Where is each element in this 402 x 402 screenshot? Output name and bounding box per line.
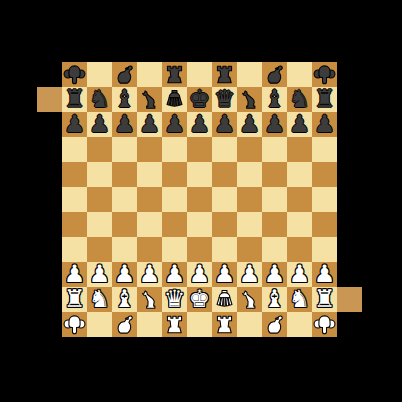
square-k11[interactable]	[312, 62, 337, 87]
square-k2[interactable]: ♜	[312, 287, 337, 312]
square-a2[interactable]: ♜	[62, 287, 87, 312]
square-a11[interactable]	[62, 62, 87, 87]
square-a6[interactable]	[62, 187, 87, 212]
black-picket[interactable]: ♝	[264, 87, 286, 112]
black-pawn[interactable]: ♟	[114, 112, 136, 137]
chess-board: ♜♞♝♚♛♝♞♜♟♟♟♟♟♟♟♟♟♟♟♟♟♟♟♟♟♟♟♟♟♟♜♞♝♛♚♝♞♜	[62, 62, 337, 337]
square-c7[interactable]	[112, 162, 137, 187]
black-knight[interactable]: ♞	[289, 87, 311, 112]
square-h1[interactable]	[237, 312, 262, 337]
black-pawn[interactable]: ♟	[164, 112, 186, 137]
citadel-square-left[interactable]	[37, 87, 62, 112]
square-i4[interactable]	[262, 237, 287, 262]
square-i2[interactable]: ♝	[262, 287, 287, 312]
black-camel[interactable]	[263, 63, 286, 86]
square-k1[interactable]	[312, 312, 337, 337]
square-i6[interactable]	[262, 187, 287, 212]
square-f7[interactable]	[187, 162, 212, 187]
square-i10[interactable]: ♝	[262, 87, 287, 112]
white-giraffe[interactable]	[138, 288, 161, 311]
square-k6[interactable]	[312, 187, 337, 212]
square-c3[interactable]: ♟	[112, 262, 137, 287]
black-general[interactable]: ♛	[214, 87, 236, 112]
square-i11[interactable]	[262, 62, 287, 87]
square-g9[interactable]: ♟	[212, 112, 237, 137]
square-d6[interactable]	[137, 187, 162, 212]
square-c6[interactable]	[112, 187, 137, 212]
square-i5[interactable]	[262, 212, 287, 237]
square-e9[interactable]: ♟	[162, 112, 187, 137]
square-b7[interactable]	[87, 162, 112, 187]
square-g2[interactable]	[212, 287, 237, 312]
square-d9[interactable]: ♟	[137, 112, 162, 137]
white-camel[interactable]	[263, 313, 286, 336]
square-b4[interactable]	[87, 237, 112, 262]
square-k8[interactable]	[312, 137, 337, 162]
square-k3[interactable]: ♟	[312, 262, 337, 287]
square-i9[interactable]: ♟	[262, 112, 287, 137]
black-picket[interactable]: ♝	[114, 87, 136, 112]
black-war-engine[interactable]	[213, 63, 236, 86]
white-picket[interactable]: ♝	[114, 287, 136, 312]
square-h7[interactable]	[237, 162, 262, 187]
square-b9[interactable]: ♟	[87, 112, 112, 137]
square-h3[interactable]: ♟	[237, 262, 262, 287]
white-elephant[interactable]	[313, 313, 336, 336]
square-j11[interactable]	[287, 62, 312, 87]
square-g10[interactable]: ♛	[212, 87, 237, 112]
square-j1[interactable]	[287, 312, 312, 337]
square-b6[interactable]	[87, 187, 112, 212]
black-camel[interactable]	[113, 63, 136, 86]
square-f2[interactable]: ♚	[187, 287, 212, 312]
square-g4[interactable]	[212, 237, 237, 262]
black-vizier[interactable]	[163, 88, 186, 111]
square-g5[interactable]	[212, 212, 237, 237]
square-j6[interactable]	[287, 187, 312, 212]
white-giraffe[interactable]	[238, 288, 261, 311]
square-b1[interactable]	[87, 312, 112, 337]
white-rook[interactable]: ♜	[314, 287, 336, 312]
white-rook[interactable]: ♜	[64, 287, 86, 312]
white-camel[interactable]	[113, 313, 136, 336]
square-a5[interactable]	[62, 212, 87, 237]
square-k10[interactable]: ♜	[312, 87, 337, 112]
square-c9[interactable]: ♟	[112, 112, 137, 137]
square-c10[interactable]: ♝	[112, 87, 137, 112]
white-general[interactable]: ♛	[164, 287, 186, 312]
square-d5[interactable]	[137, 212, 162, 237]
black-war-engine[interactable]	[163, 63, 186, 86]
square-f11[interactable]	[187, 62, 212, 87]
square-b8[interactable]	[87, 137, 112, 162]
square-j7[interactable]	[287, 162, 312, 187]
square-f10[interactable]: ♚	[187, 87, 212, 112]
black-pawn[interactable]: ♟	[314, 112, 336, 137]
square-b5[interactable]	[87, 212, 112, 237]
square-f5[interactable]	[187, 212, 212, 237]
square-d11[interactable]	[137, 62, 162, 87]
square-i7[interactable]	[262, 162, 287, 187]
square-k4[interactable]	[312, 237, 337, 262]
black-pawn[interactable]: ♟	[264, 112, 286, 137]
square-g11[interactable]	[212, 62, 237, 87]
black-rook[interactable]: ♜	[64, 87, 86, 112]
black-pawn[interactable]: ♟	[139, 112, 161, 137]
square-k5[interactable]	[312, 212, 337, 237]
white-pawn[interactable]: ♟	[289, 262, 311, 287]
square-b11[interactable]	[87, 62, 112, 87]
square-e11[interactable]	[162, 62, 187, 87]
square-e3[interactable]: ♟	[162, 262, 187, 287]
black-pawn[interactable]: ♟	[214, 112, 236, 137]
black-elephant[interactable]	[313, 63, 336, 86]
square-h5[interactable]	[237, 212, 262, 237]
square-g6[interactable]	[212, 187, 237, 212]
square-c1[interactable]	[112, 312, 137, 337]
square-c11[interactable]	[112, 62, 137, 87]
square-g3[interactable]: ♟	[212, 262, 237, 287]
square-c4[interactable]	[112, 237, 137, 262]
square-j4[interactable]	[287, 237, 312, 262]
white-picket[interactable]: ♝	[264, 287, 286, 312]
white-pawn[interactable]: ♟	[314, 262, 336, 287]
square-i1[interactable]	[262, 312, 287, 337]
black-pawn[interactable]: ♟	[64, 112, 86, 137]
white-pawn[interactable]: ♟	[64, 262, 86, 287]
white-knight[interactable]: ♞	[89, 287, 111, 312]
square-d7[interactable]	[137, 162, 162, 187]
square-j8[interactable]	[287, 137, 312, 162]
black-pawn[interactable]: ♟	[89, 112, 111, 137]
white-vizier[interactable]	[213, 288, 236, 311]
white-war-engine[interactable]	[213, 313, 236, 336]
square-a9[interactable]: ♟	[62, 112, 87, 137]
square-d8[interactable]	[137, 137, 162, 162]
citadel-square-right[interactable]	[337, 287, 362, 312]
square-c5[interactable]	[112, 212, 137, 237]
square-j3[interactable]: ♟	[287, 262, 312, 287]
square-d1[interactable]	[137, 312, 162, 337]
square-a4[interactable]	[62, 237, 87, 262]
square-e10[interactable]	[162, 87, 187, 112]
square-h2[interactable]	[237, 287, 262, 312]
square-e7[interactable]	[162, 162, 187, 187]
black-elephant[interactable]	[63, 63, 86, 86]
black-giraffe[interactable]	[138, 88, 161, 111]
white-pawn[interactable]: ♟	[89, 262, 111, 287]
white-pawn[interactable]: ♟	[164, 262, 186, 287]
square-k9[interactable]: ♟	[312, 112, 337, 137]
square-g7[interactable]	[212, 162, 237, 187]
black-rook[interactable]: ♜	[314, 87, 336, 112]
square-h6[interactable]	[237, 187, 262, 212]
black-pawn[interactable]: ♟	[189, 112, 211, 137]
square-h4[interactable]	[237, 237, 262, 262]
square-d2[interactable]	[137, 287, 162, 312]
white-pawn[interactable]: ♟	[139, 262, 161, 287]
square-h8[interactable]	[237, 137, 262, 162]
white-elephant[interactable]	[63, 313, 86, 336]
square-f6[interactable]	[187, 187, 212, 212]
square-a7[interactable]	[62, 162, 87, 187]
square-a8[interactable]	[62, 137, 87, 162]
square-i8[interactable]	[262, 137, 287, 162]
square-j5[interactable]	[287, 212, 312, 237]
white-knight[interactable]: ♞	[289, 287, 311, 312]
square-i3[interactable]: ♟	[262, 262, 287, 287]
square-e2[interactable]: ♛	[162, 287, 187, 312]
square-g8[interactable]	[212, 137, 237, 162]
white-pawn[interactable]: ♟	[189, 262, 211, 287]
square-b10[interactable]: ♞	[87, 87, 112, 112]
black-pawn[interactable]: ♟	[289, 112, 311, 137]
square-h10[interactable]	[237, 87, 262, 112]
square-f8[interactable]	[187, 137, 212, 162]
white-king[interactable]: ♚	[189, 287, 211, 312]
square-b2[interactable]: ♞	[87, 287, 112, 312]
square-c2[interactable]: ♝	[112, 287, 137, 312]
square-j10[interactable]: ♞	[287, 87, 312, 112]
square-e6[interactable]	[162, 187, 187, 212]
square-c8[interactable]	[112, 137, 137, 162]
white-pawn[interactable]: ♟	[264, 262, 286, 287]
square-h11[interactable]	[237, 62, 262, 87]
square-j2[interactable]: ♞	[287, 287, 312, 312]
black-giraffe[interactable]	[238, 88, 261, 111]
black-king[interactable]: ♚	[189, 87, 211, 112]
square-a3[interactable]: ♟	[62, 262, 87, 287]
square-j9[interactable]: ♟	[287, 112, 312, 137]
square-f9[interactable]: ♟	[187, 112, 212, 137]
square-g1[interactable]	[212, 312, 237, 337]
black-knight[interactable]: ♞	[89, 87, 111, 112]
square-h9[interactable]: ♟	[237, 112, 262, 137]
square-a10[interactable]: ♜	[62, 87, 87, 112]
square-e8[interactable]	[162, 137, 187, 162]
black-pawn[interactable]: ♟	[239, 112, 261, 137]
square-b3[interactable]: ♟	[87, 262, 112, 287]
square-d10[interactable]	[137, 87, 162, 112]
square-e4[interactable]	[162, 237, 187, 262]
square-f3[interactable]: ♟	[187, 262, 212, 287]
white-pawn[interactable]: ♟	[114, 262, 136, 287]
white-war-engine[interactable]	[163, 313, 186, 336]
square-e5[interactable]	[162, 212, 187, 237]
square-a1[interactable]	[62, 312, 87, 337]
white-pawn[interactable]: ♟	[214, 262, 236, 287]
square-f4[interactable]	[187, 237, 212, 262]
square-e1[interactable]	[162, 312, 187, 337]
square-f1[interactable]	[187, 312, 212, 337]
square-d3[interactable]: ♟	[137, 262, 162, 287]
square-d4[interactable]	[137, 237, 162, 262]
tamerlane-chess-screen: ♜♞♝♚♛♝♞♜♟♟♟♟♟♟♟♟♟♟♟♟♟♟♟♟♟♟♟♟♟♟♜♞♝♛♚♝♞♜	[0, 0, 402, 402]
white-pawn[interactable]: ♟	[239, 262, 261, 287]
square-k7[interactable]	[312, 162, 337, 187]
